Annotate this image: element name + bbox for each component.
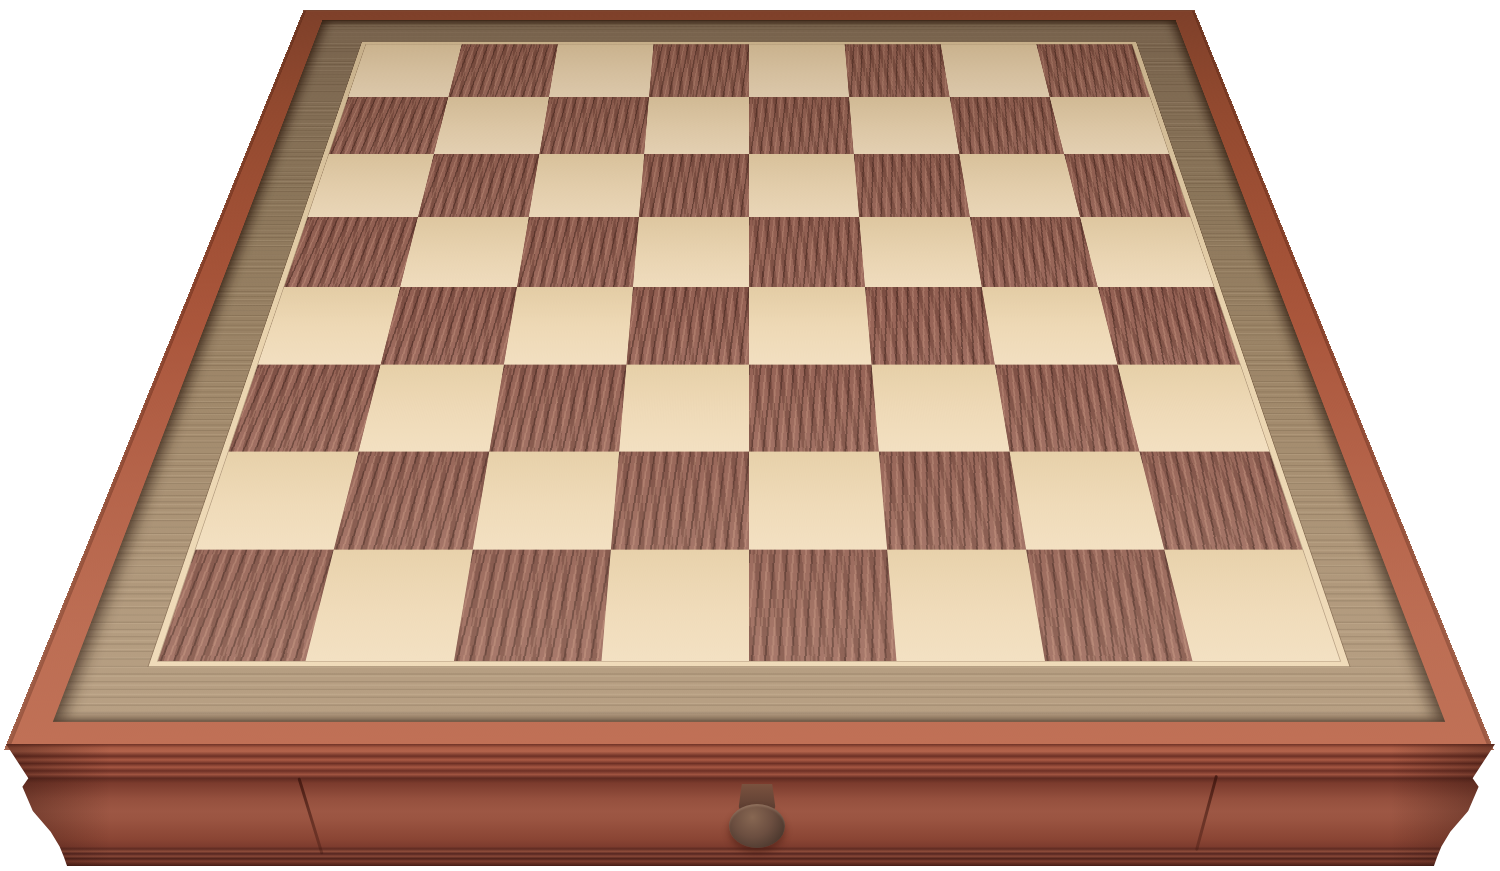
- square-f6[interactable]: [854, 154, 970, 217]
- square-c5[interactable]: [517, 217, 639, 287]
- square-d3[interactable]: [619, 365, 749, 452]
- square-a7[interactable]: [329, 97, 448, 154]
- square-f5[interactable]: [859, 217, 981, 287]
- square-e6[interactable]: [749, 154, 859, 217]
- square-b1[interactable]: [306, 550, 473, 661]
- square-d4[interactable]: [626, 287, 749, 365]
- square-b4[interactable]: [381, 287, 517, 365]
- square-b5[interactable]: [400, 217, 528, 287]
- squares-grid: [158, 44, 1340, 660]
- square-e3[interactable]: [749, 365, 879, 452]
- square-a8[interactable]: [348, 44, 461, 96]
- drawer-knob-ball: [729, 804, 785, 848]
- square-c7[interactable]: [539, 97, 649, 154]
- square-c1[interactable]: [454, 550, 611, 661]
- drawer-knob[interactable]: [724, 782, 790, 854]
- square-e5[interactable]: [749, 217, 865, 287]
- square-c2[interactable]: [472, 452, 619, 550]
- square-f3[interactable]: [872, 365, 1009, 452]
- square-f7[interactable]: [849, 97, 959, 154]
- square-c8[interactable]: [549, 44, 654, 96]
- square-f2[interactable]: [879, 452, 1026, 550]
- square-e8[interactable]: [749, 44, 849, 96]
- square-a5[interactable]: [284, 217, 418, 287]
- square-b7[interactable]: [434, 97, 549, 154]
- square-d8[interactable]: [649, 44, 749, 96]
- square-d2[interactable]: [611, 452, 749, 550]
- square-h8[interactable]: [1036, 44, 1149, 96]
- square-f4[interactable]: [865, 287, 994, 365]
- square-e2[interactable]: [749, 452, 887, 550]
- square-e1[interactable]: [749, 550, 897, 661]
- square-c3[interactable]: [489, 365, 626, 452]
- square-g1[interactable]: [1026, 550, 1193, 661]
- chess-board: [4, 10, 1494, 750]
- square-f1[interactable]: [887, 550, 1044, 661]
- product-photo-stage: [0, 0, 1500, 871]
- square-e7[interactable]: [749, 97, 854, 154]
- square-a6[interactable]: [308, 154, 434, 217]
- square-b6[interactable]: [418, 154, 539, 217]
- square-g8[interactable]: [940, 44, 1049, 96]
- square-b8[interactable]: [449, 44, 558, 96]
- drawer-seam-left: [297, 777, 323, 854]
- square-g3[interactable]: [994, 365, 1139, 452]
- square-d1[interactable]: [601, 550, 749, 661]
- square-g4[interactable]: [981, 287, 1117, 365]
- square-g6[interactable]: [959, 154, 1080, 217]
- square-d7[interactable]: [644, 97, 749, 154]
- square-h6[interactable]: [1064, 154, 1190, 217]
- square-g2[interactable]: [1009, 452, 1164, 550]
- square-b3[interactable]: [359, 365, 504, 452]
- drawer-seam-right: [1195, 775, 1218, 851]
- square-g7[interactable]: [949, 97, 1064, 154]
- square-b2[interactable]: [334, 452, 489, 550]
- square-a4[interactable]: [258, 287, 400, 365]
- square-d6[interactable]: [639, 154, 749, 217]
- square-h5[interactable]: [1080, 217, 1214, 287]
- square-f8[interactable]: [845, 44, 950, 96]
- square-d5[interactable]: [633, 217, 749, 287]
- square-h7[interactable]: [1049, 97, 1168, 154]
- square-e4[interactable]: [749, 287, 872, 365]
- square-g5[interactable]: [970, 217, 1098, 287]
- square-c6[interactable]: [528, 154, 644, 217]
- board-box-front: [6, 744, 1495, 866]
- square-c4[interactable]: [504, 287, 633, 365]
